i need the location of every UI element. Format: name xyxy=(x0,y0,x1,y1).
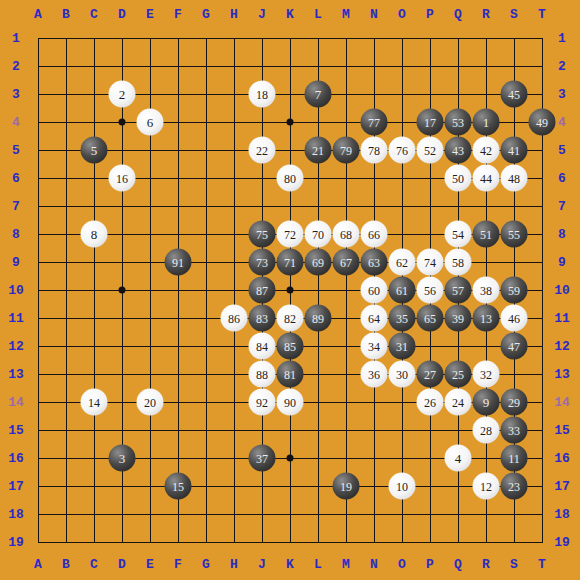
col-label-top-M: M xyxy=(342,7,350,22)
row-label-left-3: 3 xyxy=(12,87,20,102)
stone-white-20: 20 xyxy=(137,389,164,416)
stone-white-48: 48 xyxy=(501,165,528,192)
stone-white-12: 12 xyxy=(473,473,500,500)
stone-white-90: 90 xyxy=(277,389,304,416)
hoshi-D4 xyxy=(119,119,126,126)
stone-white-72: 72 xyxy=(277,221,304,248)
col-label-top-T: T xyxy=(538,7,546,22)
stone-white-16: 16 xyxy=(109,165,136,192)
row-label-right-7: 7 xyxy=(558,199,566,214)
stone-black-65: 65 xyxy=(417,305,444,332)
stone-black-89: 89 xyxy=(305,305,332,332)
row-label-left-15: 15 xyxy=(8,423,24,438)
stone-white-2: 2 xyxy=(109,81,136,108)
col-label-bottom-A: A xyxy=(34,557,42,572)
hoshi-D10 xyxy=(119,287,126,294)
stone-black-33: 33 xyxy=(501,417,528,444)
col-label-top-N: N xyxy=(370,7,378,22)
stone-white-50: 50 xyxy=(445,165,472,192)
col-label-bottom-G: G xyxy=(202,557,210,572)
stone-black-45: 45 xyxy=(501,81,528,108)
stone-black-79: 79 xyxy=(333,137,360,164)
stone-white-82: 82 xyxy=(277,305,304,332)
stone-black-7: 7 xyxy=(305,81,332,108)
stone-black-11: 11 xyxy=(501,445,528,472)
stone-black-73: 73 xyxy=(249,249,276,276)
stone-white-60: 60 xyxy=(361,277,388,304)
col-label-bottom-E: E xyxy=(146,557,154,572)
row-label-left-10: 10 xyxy=(8,283,24,298)
col-label-bottom-R: R xyxy=(482,557,490,572)
row-label-left-19: 19 xyxy=(8,535,24,550)
stone-black-27: 27 xyxy=(417,361,444,388)
stone-black-55: 55 xyxy=(501,221,528,248)
stone-white-76: 76 xyxy=(389,137,416,164)
row-label-left-13: 13 xyxy=(8,367,24,382)
row-label-right-3: 3 xyxy=(558,87,566,102)
stone-black-29: 29 xyxy=(501,389,528,416)
col-label-bottom-K: K xyxy=(286,557,294,572)
col-label-top-Q: Q xyxy=(454,7,462,22)
stone-black-5: 5 xyxy=(81,137,108,164)
row-label-left-18: 18 xyxy=(8,507,24,522)
stone-white-24: 24 xyxy=(445,389,472,416)
stone-black-1: 1 xyxy=(473,109,500,136)
stone-black-91: 91 xyxy=(165,249,192,276)
col-label-top-P: P xyxy=(426,7,434,22)
stone-white-88: 88 xyxy=(249,361,276,388)
stone-black-83: 83 xyxy=(249,305,276,332)
stone-white-10: 10 xyxy=(389,473,416,500)
col-label-bottom-F: F xyxy=(174,557,182,572)
row-label-left-1: 1 xyxy=(12,31,20,46)
row-label-right-9: 9 xyxy=(558,255,566,270)
col-label-top-G: G xyxy=(202,7,210,22)
stone-black-21: 21 xyxy=(305,137,332,164)
stone-black-51: 51 xyxy=(473,221,500,248)
stone-black-23: 23 xyxy=(501,473,528,500)
stone-white-80: 80 xyxy=(277,165,304,192)
col-label-bottom-O: O xyxy=(398,557,406,572)
row-label-right-18: 18 xyxy=(554,507,570,522)
row-label-right-4: 4 xyxy=(558,115,566,130)
stone-white-62: 62 xyxy=(389,249,416,276)
stone-white-26: 26 xyxy=(417,389,444,416)
stone-white-52: 52 xyxy=(417,137,444,164)
stone-black-75: 75 xyxy=(249,221,276,248)
stone-white-56: 56 xyxy=(417,277,444,304)
stone-white-64: 64 xyxy=(361,305,388,332)
col-label-top-J: J xyxy=(258,7,266,22)
stone-white-86: 86 xyxy=(221,305,248,332)
row-label-left-14: 14 xyxy=(8,395,24,410)
col-label-bottom-B: B xyxy=(62,557,70,572)
stone-black-69: 69 xyxy=(305,249,332,276)
stone-black-15: 15 xyxy=(165,473,192,500)
stone-black-63: 63 xyxy=(361,249,388,276)
col-label-top-D: D xyxy=(118,7,126,22)
stone-black-17: 17 xyxy=(417,109,444,136)
stone-white-68: 68 xyxy=(333,221,360,248)
stone-black-47: 47 xyxy=(501,333,528,360)
row-label-left-9: 9 xyxy=(12,255,20,270)
row-label-left-4: 4 xyxy=(12,115,20,130)
stone-white-4: 4 xyxy=(445,445,472,472)
stone-white-38: 38 xyxy=(473,277,500,304)
col-label-top-H: H xyxy=(230,7,238,22)
col-label-bottom-Q: Q xyxy=(454,557,462,572)
stone-black-53: 53 xyxy=(445,109,472,136)
col-label-bottom-D: D xyxy=(118,557,126,572)
stone-black-3: 3 xyxy=(109,445,136,472)
row-label-left-6: 6 xyxy=(12,171,20,186)
stone-black-57: 57 xyxy=(445,277,472,304)
row-label-right-19: 19 xyxy=(554,535,570,550)
stone-white-28: 28 xyxy=(473,417,500,444)
col-label-top-E: E xyxy=(146,7,154,22)
hoshi-K4 xyxy=(287,119,294,126)
col-label-bottom-S: S xyxy=(510,557,518,572)
row-label-left-11: 11 xyxy=(8,311,24,326)
row-label-right-10: 10 xyxy=(554,283,570,298)
stone-black-77: 77 xyxy=(361,109,388,136)
col-label-top-O: O xyxy=(398,7,406,22)
stone-white-6: 6 xyxy=(137,109,164,136)
col-label-bottom-N: N xyxy=(370,557,378,572)
col-label-top-F: F xyxy=(174,7,182,22)
col-label-top-A: A xyxy=(34,7,42,22)
stone-white-78: 78 xyxy=(361,137,388,164)
col-label-bottom-P: P xyxy=(426,557,434,572)
row-label-left-2: 2 xyxy=(12,59,20,74)
row-label-right-2: 2 xyxy=(558,59,566,74)
stone-black-19: 19 xyxy=(333,473,360,500)
stone-white-36: 36 xyxy=(361,361,388,388)
col-label-bottom-J: J xyxy=(258,557,266,572)
stone-white-58: 58 xyxy=(445,249,472,276)
stone-black-59: 59 xyxy=(501,277,528,304)
hoshi-K10 xyxy=(287,287,294,294)
stone-black-37: 37 xyxy=(249,445,276,472)
stone-white-30: 30 xyxy=(389,361,416,388)
row-label-right-15: 15 xyxy=(554,423,570,438)
stone-white-74: 74 xyxy=(417,249,444,276)
stone-black-85: 85 xyxy=(277,333,304,360)
row-label-right-11: 11 xyxy=(554,311,570,326)
col-label-top-L: L xyxy=(314,7,322,22)
stone-white-32: 32 xyxy=(473,361,500,388)
stone-white-54: 54 xyxy=(445,221,472,248)
stone-black-81: 81 xyxy=(277,361,304,388)
row-label-left-17: 17 xyxy=(8,479,24,494)
stone-black-67: 67 xyxy=(333,249,360,276)
stone-white-66: 66 xyxy=(361,221,388,248)
stone-white-70: 70 xyxy=(305,221,332,248)
stone-black-49: 49 xyxy=(529,109,556,136)
col-label-bottom-C: C xyxy=(90,557,98,572)
go-board[interactable]: AABBCCDDEEFFGGHHJJKKLLMMNNOOPPQQRRSSTT11… xyxy=(0,0,580,580)
col-label-bottom-M: M xyxy=(342,557,350,572)
row-label-right-12: 12 xyxy=(554,339,570,354)
row-label-left-16: 16 xyxy=(8,451,24,466)
stone-black-61: 61 xyxy=(389,277,416,304)
row-label-left-7: 7 xyxy=(12,199,20,214)
col-label-bottom-T: T xyxy=(538,557,546,572)
row-label-left-5: 5 xyxy=(12,143,20,158)
col-label-top-B: B xyxy=(62,7,70,22)
col-label-top-K: K xyxy=(286,7,294,22)
stone-white-34: 34 xyxy=(361,333,388,360)
row-label-right-1: 1 xyxy=(558,31,566,46)
stone-black-71: 71 xyxy=(277,249,304,276)
stone-black-87: 87 xyxy=(249,277,276,304)
stone-black-39: 39 xyxy=(445,305,472,332)
stone-white-92: 92 xyxy=(249,389,276,416)
stone-white-18: 18 xyxy=(249,81,276,108)
stone-white-42: 42 xyxy=(473,137,500,164)
stone-white-46: 46 xyxy=(501,305,528,332)
row-label-left-12: 12 xyxy=(8,339,24,354)
col-label-top-R: R xyxy=(482,7,490,22)
col-label-bottom-H: H xyxy=(230,557,238,572)
stone-black-9: 9 xyxy=(473,389,500,416)
col-label-top-C: C xyxy=(90,7,98,22)
row-label-right-17: 17 xyxy=(554,479,570,494)
stone-white-8: 8 xyxy=(81,221,108,248)
row-label-right-5: 5 xyxy=(558,143,566,158)
row-label-right-6: 6 xyxy=(558,171,566,186)
stone-black-13: 13 xyxy=(473,305,500,332)
row-label-right-16: 16 xyxy=(554,451,570,466)
row-label-right-13: 13 xyxy=(554,367,570,382)
hoshi-K16 xyxy=(287,455,294,462)
row-label-right-14: 14 xyxy=(554,395,570,410)
stone-white-84: 84 xyxy=(249,333,276,360)
stone-black-43: 43 xyxy=(445,137,472,164)
stone-black-31: 31 xyxy=(389,333,416,360)
stone-black-35: 35 xyxy=(389,305,416,332)
col-label-top-S: S xyxy=(510,7,518,22)
stone-black-25: 25 xyxy=(445,361,472,388)
col-label-bottom-L: L xyxy=(314,557,322,572)
stone-white-22: 22 xyxy=(249,137,276,164)
stone-white-14: 14 xyxy=(81,389,108,416)
row-label-right-8: 8 xyxy=(558,227,566,242)
stone-black-41: 41 xyxy=(501,137,528,164)
row-label-left-8: 8 xyxy=(12,227,20,242)
stone-white-44: 44 xyxy=(473,165,500,192)
